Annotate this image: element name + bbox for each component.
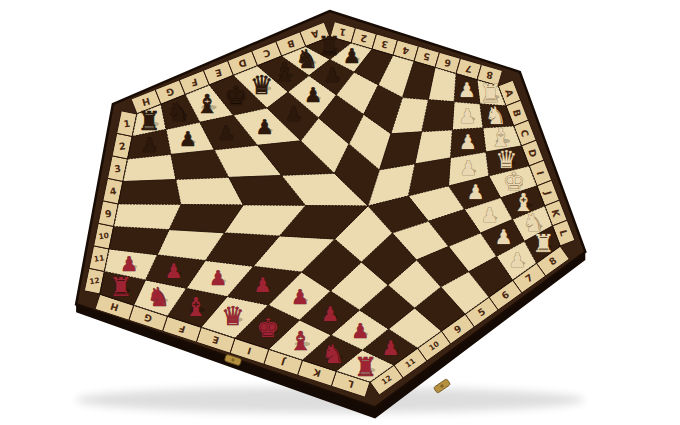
- chess-piece: ♞: [321, 339, 344, 369]
- chess-piece: ♟: [351, 319, 369, 343]
- chess-piece: ♟: [508, 248, 526, 272]
- chess-piece: ♟: [459, 130, 477, 154]
- chess-piece: ♚: [224, 81, 247, 111]
- chess-piece: ♞: [166, 97, 189, 127]
- chess-piece: ♞: [295, 44, 318, 74]
- board-cell: [114, 204, 181, 230]
- chess-piece: ♟: [165, 259, 183, 283]
- chess-piece: ♟: [323, 63, 341, 87]
- chess-piece: ♟: [304, 83, 322, 107]
- chess-piece: ♟: [494, 225, 512, 249]
- chess-piece: ♟: [285, 102, 303, 126]
- chess-piece: ♟: [217, 121, 235, 145]
- chess-piece: ♜: [354, 352, 377, 382]
- chess-piece: ♟: [254, 273, 272, 297]
- coordinate-label: 12: [89, 276, 101, 286]
- coordinate-label: 11: [93, 253, 105, 263]
- chess-piece: ♟: [458, 104, 476, 128]
- chess-piece: ♟: [179, 127, 197, 151]
- board-cell: [123, 154, 176, 181]
- chess-piece: ♝: [289, 326, 312, 356]
- chess-piece: ♝: [184, 292, 207, 322]
- chess-piece: ♟: [459, 156, 477, 180]
- chess-piece: ♛: [221, 301, 244, 331]
- chess-piece: ♟: [480, 203, 498, 227]
- chess-piece: ♟: [343, 44, 361, 68]
- chess-piece: ♜: [109, 272, 132, 302]
- coordinate-label: 10: [98, 231, 110, 241]
- chess-piece: ♟: [467, 180, 485, 204]
- chess-piece: ♜: [137, 106, 160, 136]
- chess-piece: ♟: [209, 266, 227, 290]
- chess-piece: ♟: [291, 285, 309, 309]
- chess-piece: ♜: [532, 229, 554, 258]
- board-cell: [119, 180, 181, 205]
- chess-piece: ♟: [458, 78, 476, 102]
- product-photo: HGFEDCBA12345678ABCDIJKL87659101112LKJIE…: [0, 0, 680, 425]
- chess-piece: ♟: [381, 336, 399, 360]
- three-player-chess-board: HGFEDCBA12345678ABCDIJKL87659101112LKJIE…: [0, 0, 680, 425]
- chess-piece: ♟: [140, 133, 158, 157]
- chess-piece: ♜: [318, 31, 341, 61]
- chess-piece: ♞: [147, 282, 170, 312]
- chess-piece: ♟: [321, 302, 339, 326]
- chess-piece: ♚: [256, 313, 279, 343]
- chess-piece: ♛: [250, 70, 273, 100]
- chess-piece: ♝: [195, 89, 218, 119]
- chess-piece: ♝: [272, 57, 295, 87]
- chess-piece: ♟: [256, 115, 274, 139]
